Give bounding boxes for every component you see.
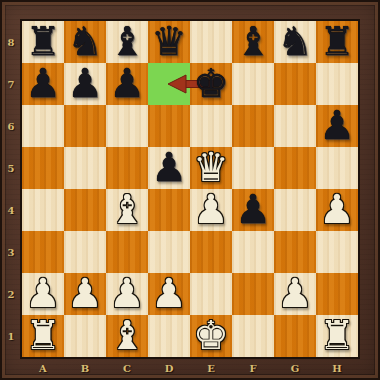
square-d4[interactable] [148,189,190,231]
square-f1[interactable] [232,315,274,357]
piece-black-pawn[interactable]: ♟ [25,63,61,103]
file-label-d: D [148,357,190,380]
square-a4[interactable] [22,189,64,231]
piece-white-king[interactable]: ♚ [193,315,229,355]
rank-label-4: 4 [0,189,22,231]
piece-white-rook[interactable]: ♜ [319,315,355,355]
square-f3[interactable] [232,231,274,273]
square-b8[interactable]: ♞ [64,21,106,63]
square-d5[interactable]: ♟ [148,147,190,189]
square-g5[interactable] [274,147,316,189]
square-c5[interactable] [106,147,148,189]
square-f6[interactable] [232,105,274,147]
square-e5[interactable]: ♛ [190,147,232,189]
file-label-b: B [64,357,106,380]
piece-black-rook[interactable]: ♜ [319,21,355,61]
piece-black-pawn[interactable]: ♟ [151,147,187,187]
square-e6[interactable] [190,105,232,147]
chess-board: ♜♞♝♛♝♞♜♟♟♟♚♟♟♛♝♟♟♟♟♟♟♟♟♜♝♚♜ [22,21,358,357]
square-b3[interactable] [64,231,106,273]
square-d6[interactable] [148,105,190,147]
piece-black-pawn[interactable]: ♟ [319,105,355,145]
square-g7[interactable] [274,63,316,105]
piece-black-pawn[interactable]: ♟ [235,189,271,229]
square-c3[interactable] [106,231,148,273]
square-d3[interactable] [148,231,190,273]
square-d7[interactable] [148,63,190,105]
square-c8[interactable]: ♝ [106,21,148,63]
square-a7[interactable]: ♟ [22,63,64,105]
square-b7[interactable]: ♟ [64,63,106,105]
square-b6[interactable] [64,105,106,147]
square-e2[interactable] [190,273,232,315]
file-label-c: C [106,357,148,380]
square-h1[interactable]: ♜ [316,315,358,357]
square-g2[interactable]: ♟ [274,273,316,315]
square-b2[interactable]: ♟ [64,273,106,315]
square-e1[interactable]: ♚ [190,315,232,357]
piece-white-pawn[interactable]: ♟ [319,189,355,229]
square-h5[interactable] [316,147,358,189]
piece-black-bishop[interactable]: ♝ [235,21,271,61]
square-c4[interactable]: ♝ [106,189,148,231]
square-f4[interactable]: ♟ [232,189,274,231]
square-a6[interactable] [22,105,64,147]
square-h3[interactable] [316,231,358,273]
piece-white-pawn[interactable]: ♟ [109,273,145,313]
rank-label-7: 7 [0,63,22,105]
square-a5[interactable] [22,147,64,189]
piece-black-pawn[interactable]: ♟ [67,63,103,103]
square-b1[interactable] [64,315,106,357]
file-label-g: G [274,357,316,380]
square-a2[interactable]: ♟ [22,273,64,315]
square-g3[interactable] [274,231,316,273]
piece-white-pawn[interactable]: ♟ [25,273,61,313]
square-f8[interactable]: ♝ [232,21,274,63]
piece-white-bishop[interactable]: ♝ [109,189,145,229]
square-b5[interactable] [64,147,106,189]
square-h2[interactable] [316,273,358,315]
square-d2[interactable]: ♟ [148,273,190,315]
square-e8[interactable] [190,21,232,63]
square-a1[interactable]: ♜ [22,315,64,357]
square-b4[interactable] [64,189,106,231]
piece-black-queen[interactable]: ♛ [151,21,187,61]
square-f2[interactable] [232,273,274,315]
square-g8[interactable]: ♞ [274,21,316,63]
square-f7[interactable] [232,63,274,105]
piece-black-rook[interactable]: ♜ [25,21,61,61]
piece-white-queen[interactable]: ♛ [193,147,229,187]
piece-black-knight[interactable]: ♞ [67,21,103,61]
piece-white-rook[interactable]: ♜ [25,315,61,355]
square-f5[interactable] [232,147,274,189]
square-g6[interactable] [274,105,316,147]
rank-label-3: 3 [0,231,22,273]
piece-white-pawn[interactable]: ♟ [277,273,313,313]
square-e4[interactable]: ♟ [190,189,232,231]
piece-white-pawn[interactable]: ♟ [67,273,103,313]
square-h7[interactable] [316,63,358,105]
square-c1[interactable]: ♝ [106,315,148,357]
square-d1[interactable] [148,315,190,357]
piece-white-pawn[interactable]: ♟ [151,273,187,313]
rank-label-1: 1 [0,315,22,357]
square-d8[interactable]: ♛ [148,21,190,63]
square-g4[interactable] [274,189,316,231]
rank-label-2: 2 [0,273,22,315]
piece-black-knight[interactable]: ♞ [277,21,313,61]
square-h8[interactable]: ♜ [316,21,358,63]
square-e3[interactable] [190,231,232,273]
square-h6[interactable]: ♟ [316,105,358,147]
piece-black-pawn[interactable]: ♟ [109,63,145,103]
square-c7[interactable]: ♟ [106,63,148,105]
file-label-e: E [190,357,232,380]
piece-white-bishop[interactable]: ♝ [109,315,145,355]
rank-label-6: 6 [0,105,22,147]
file-label-f: F [232,357,274,380]
square-c6[interactable] [106,105,148,147]
square-g1[interactable] [274,315,316,357]
file-label-a: A [22,357,64,380]
square-h4[interactable]: ♟ [316,189,358,231]
piece-black-king[interactable]: ♚ [193,63,229,103]
rank-label-5: 5 [0,147,22,189]
piece-black-bishop[interactable]: ♝ [109,21,145,61]
square-a3[interactable] [22,231,64,273]
chess-board-frame: ♜♞♝♛♝♞♜♟♟♟♚♟♟♛♝♟♟♟♟♟♟♟♟♜♝♚♜ 87654321 ABC… [0,0,380,380]
rank-label-8: 8 [0,21,22,63]
square-a8[interactable]: ♜ [22,21,64,63]
piece-white-pawn[interactable]: ♟ [193,189,229,229]
file-label-h: H [316,357,358,380]
square-e7[interactable]: ♚ [190,63,232,105]
square-c2[interactable]: ♟ [106,273,148,315]
